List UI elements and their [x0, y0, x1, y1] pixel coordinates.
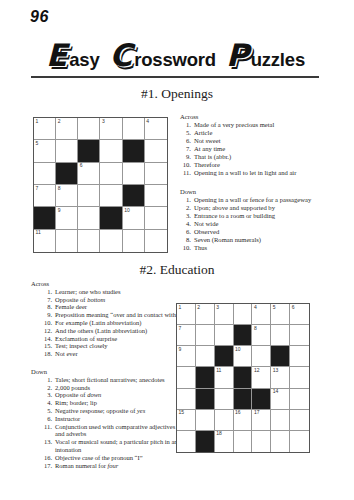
- puzzle2-clues: Across 1.Learner; one who studies7.Oppos…: [31, 280, 181, 469]
- white-cell[interactable]: [196, 325, 215, 346]
- cell-number: 10: [124, 208, 130, 214]
- clue-number: 3.: [31, 391, 55, 399]
- white-cell[interactable]: 16: [234, 410, 253, 431]
- black-cell: [100, 207, 122, 229]
- white-cell[interactable]: [290, 325, 309, 346]
- clue-item: 9.That is (abbr.): [180, 153, 353, 161]
- clue-item: 7.Opposite of bottom: [31, 296, 181, 304]
- book-title: Easy Crossword Puzzles: [31, 38, 320, 72]
- clue-item: 10.For example (Latin abbreviation): [31, 319, 181, 327]
- clue-number: 9.: [180, 153, 194, 161]
- white-cell[interactable]: [215, 389, 234, 410]
- white-cell[interactable]: [145, 140, 167, 162]
- cell-number: 4: [254, 305, 257, 311]
- white-cell[interactable]: [252, 346, 271, 367]
- clue-number: 1.: [180, 196, 194, 204]
- clue-number: 17.: [31, 462, 55, 470]
- clue-text: Instructor: [55, 415, 181, 423]
- clue-number: 3.: [180, 212, 194, 220]
- black-cell: [196, 389, 215, 410]
- white-cell[interactable]: [215, 410, 234, 431]
- black-cell: [234, 367, 253, 388]
- black-cell: [234, 389, 253, 410]
- clue-number: 4.: [31, 399, 55, 407]
- white-cell[interactable]: 6: [78, 163, 100, 185]
- white-cell[interactable]: 14: [271, 389, 290, 410]
- white-cell[interactable]: 15: [177, 410, 196, 431]
- clue-number: 5.: [31, 407, 55, 415]
- clue-text: At any time: [194, 145, 353, 153]
- puzzle1-clues: Across 1.Made of a very precious metal5.…: [180, 113, 353, 252]
- cell-number: 5: [273, 305, 276, 311]
- clue-text: And the others (Latin abbreviation): [55, 327, 181, 335]
- white-cell[interactable]: [290, 367, 309, 388]
- clue-text: Rim; border; lip: [55, 399, 181, 407]
- white-cell[interactable]: [290, 410, 309, 431]
- white-cell[interactable]: [271, 410, 290, 431]
- clue-item: 4.Not wide: [180, 220, 353, 228]
- crossword-grid-2: 123456789101112131415161718: [176, 303, 310, 453]
- clue-number: 14.: [31, 335, 55, 343]
- black-cell: [56, 163, 78, 185]
- clue-item: 7.At any time: [180, 145, 353, 153]
- clue-item: 13.Vocal or musical sound; a particular …: [31, 438, 181, 454]
- white-cell[interactable]: [177, 431, 196, 452]
- black-cell: [123, 140, 145, 162]
- clue-item: 6.Not sweet: [180, 137, 353, 145]
- cell-number: 11: [36, 230, 41, 236]
- clue-item: 4.Rim; border; lip: [31, 399, 181, 407]
- clue-item: 15.Test; inspect closely: [31, 342, 181, 350]
- clue-number: 7.: [31, 296, 55, 304]
- white-cell[interactable]: [290, 389, 309, 410]
- cell-number: 3: [216, 305, 219, 311]
- clue-item: 12.And the others (Latin abbreviation): [31, 327, 181, 335]
- clue-text: Exclamation of surprise: [55, 335, 181, 343]
- white-cell[interactable]: 10: [123, 207, 145, 229]
- across-clues-list: 1.Learner; one who studies7.Opposite of …: [31, 288, 181, 358]
- clue-number: 13.: [31, 438, 55, 454]
- black-cell: [271, 346, 290, 367]
- clue-item: 18.Not ever: [31, 350, 181, 358]
- down-header: Down: [31, 368, 181, 376]
- clue-number: 9.: [31, 311, 55, 319]
- clue-number: 8.: [31, 303, 55, 311]
- across-clues-list: 1.Made of a very precious metal5.Article…: [180, 121, 353, 177]
- clue-number: 10.: [180, 244, 194, 252]
- white-cell[interactable]: 18: [215, 431, 234, 452]
- cell-number: 10: [235, 347, 241, 353]
- cell-number: 4: [146, 119, 149, 125]
- white-cell[interactable]: 11: [215, 367, 234, 388]
- clue-item: 2.Upon; above and supported by: [180, 204, 353, 212]
- cell-number: 14: [273, 389, 279, 395]
- clue-item: 6.Instructor: [31, 415, 181, 423]
- down-clues-list: 1.Opening in a wall or fence for a passa…: [180, 196, 353, 252]
- clue-number: 2.: [180, 204, 194, 212]
- black-cell: [215, 346, 234, 367]
- clue-text: Opening in a wall to let in light and ai…: [194, 169, 353, 177]
- clue-number: 15.: [31, 342, 55, 350]
- white-cell[interactable]: [145, 230, 167, 252]
- clue-text: Upon; above and supported by: [194, 204, 353, 212]
- book-title-word-easy: Easy: [46, 38, 99, 72]
- white-cell[interactable]: 1: [177, 304, 196, 325]
- white-cell[interactable]: [78, 185, 100, 207]
- white-cell[interactable]: 8: [252, 325, 271, 346]
- clue-number: 16.: [31, 454, 55, 462]
- white-cell[interactable]: 1: [34, 118, 56, 140]
- clue-number: 10.: [31, 319, 55, 327]
- clue-item: 11.Conjunction used with comparative adj…: [31, 423, 181, 439]
- clue-item: 2.2,000 pounds: [31, 384, 181, 392]
- clue-item: 10.Thus: [180, 244, 353, 252]
- white-cell[interactable]: [145, 163, 167, 185]
- clue-number: 18.: [31, 350, 55, 358]
- puzzle1-title: #1. Openings: [0, 86, 354, 102]
- cell-number: 1: [36, 119, 39, 125]
- white-cell[interactable]: 3: [215, 304, 234, 325]
- clue-item: 8.Seven (Roman numerals): [180, 236, 353, 244]
- clue-text: Female deer: [55, 303, 181, 311]
- cell-number: 6: [292, 305, 295, 311]
- white-cell[interactable]: [290, 431, 309, 452]
- clue-number: 6.: [180, 228, 194, 236]
- clue-number: 2.: [31, 384, 55, 392]
- clue-number: 11.: [31, 423, 55, 439]
- clue-text: Negative response; opposite of yes: [55, 407, 181, 415]
- white-cell[interactable]: 9: [56, 207, 78, 229]
- white-cell[interactable]: [78, 230, 100, 252]
- white-cell[interactable]: [100, 163, 122, 185]
- cell-number: 5: [36, 141, 39, 147]
- clue-item: 6.Observed: [180, 228, 353, 236]
- clue-item: 3.Entrance to a room or building: [180, 212, 353, 220]
- clue-number: 8.: [180, 236, 194, 244]
- book-title-word-rest: uzzles: [251, 49, 305, 71]
- cell-number: 13: [273, 368, 279, 374]
- clue-text: Therefore: [194, 161, 353, 169]
- down-clues-list: 1.Tales; short fictional narratives; ane…: [31, 376, 181, 470]
- cell-number: 11: [216, 368, 221, 374]
- white-cell[interactable]: 5: [34, 140, 56, 162]
- clue-number: 1.: [180, 121, 194, 129]
- clue-text: Not wide: [194, 220, 353, 228]
- clue-text: Opposite of down: [55, 391, 181, 399]
- cell-number: 15: [179, 410, 185, 416]
- white-cell[interactable]: 13: [271, 367, 290, 388]
- clue-text: Conjunction used with comparative adject…: [55, 423, 181, 439]
- book-title-word-crossword: Crossword: [109, 38, 215, 72]
- cell-number: 18: [216, 431, 222, 437]
- black-cell: [196, 367, 215, 388]
- clue-text: Article: [194, 129, 353, 137]
- clue-text: Thus: [194, 244, 353, 252]
- clue-text: Vocal or musical sound; a particular pit…: [55, 438, 181, 454]
- cell-number: 12: [254, 368, 260, 374]
- white-cell[interactable]: [123, 118, 145, 140]
- clue-item: 1.Learner; one who studies: [31, 288, 181, 296]
- clue-number: 11.: [180, 169, 194, 177]
- cell-number: 2: [58, 119, 61, 125]
- cell-number: 9: [179, 347, 182, 353]
- white-cell[interactable]: 3: [100, 118, 122, 140]
- cell-number: 1: [179, 305, 182, 311]
- white-cell[interactable]: [177, 367, 196, 388]
- clue-text: Not ever: [55, 350, 181, 358]
- white-cell[interactable]: [290, 346, 309, 367]
- cell-number: 3: [102, 119, 105, 125]
- black-cell: [34, 207, 56, 229]
- white-cell[interactable]: 2: [56, 118, 78, 140]
- clue-item: 11.Opening in a wall to let in light and…: [180, 169, 353, 177]
- white-cell[interactable]: [123, 163, 145, 185]
- black-cell: [196, 431, 215, 452]
- clue-number: 4.: [180, 220, 194, 228]
- white-cell[interactable]: 12: [252, 367, 271, 388]
- clue-text: 2,000 pounds: [55, 384, 181, 392]
- clue-text: Not sweet: [194, 137, 353, 145]
- clue-item: 3.Opposite of down: [31, 391, 181, 399]
- clue-number: 12.: [31, 327, 55, 335]
- clue-text: Tales; short fictional narratives; anecd…: [55, 376, 181, 384]
- clue-text: Learner; one who studies: [55, 288, 181, 296]
- white-cell[interactable]: [234, 431, 253, 452]
- clue-number: 6.: [31, 415, 55, 423]
- white-cell[interactable]: [78, 207, 100, 229]
- clue-item: 1.Made of a very precious metal: [180, 121, 353, 129]
- white-cell[interactable]: [100, 230, 122, 252]
- white-cell[interactable]: 6: [290, 304, 309, 325]
- white-cell[interactable]: 5: [271, 304, 290, 325]
- white-cell[interactable]: [252, 431, 271, 452]
- cell-number: 7: [36, 186, 39, 192]
- cell-number: 8: [254, 326, 257, 332]
- white-cell[interactable]: [56, 140, 78, 162]
- cell-number: 7: [179, 326, 182, 332]
- clue-text: Seven (Roman numerals): [194, 236, 353, 244]
- white-cell[interactable]: [123, 230, 145, 252]
- title-underline: [31, 76, 319, 78]
- white-cell[interactable]: 17: [252, 410, 271, 431]
- white-cell[interactable]: 8: [56, 185, 78, 207]
- drop-cap-p: P: [226, 38, 249, 72]
- white-cell[interactable]: [234, 304, 253, 325]
- white-cell[interactable]: [177, 389, 196, 410]
- cell-number: 2: [197, 305, 200, 311]
- clue-text: Opening in a wall or fence for a passage…: [194, 196, 353, 204]
- crossword-grid-1: 1234567891011: [33, 117, 168, 253]
- page-number: 96: [30, 8, 49, 26]
- across-header: Across: [31, 280, 181, 288]
- clue-text: Observed: [194, 228, 353, 236]
- black-cell: [78, 140, 100, 162]
- white-cell[interactable]: [271, 431, 290, 452]
- clue-item: 5.Negative response; opposite of yes: [31, 407, 181, 415]
- clue-item: 10.Therefore: [180, 161, 353, 169]
- clue-number: 6.: [180, 137, 194, 145]
- black-cell: [234, 325, 253, 346]
- cell-number: 16: [235, 410, 241, 416]
- white-cell[interactable]: 7: [34, 185, 56, 207]
- clue-text: That is (abbr.): [194, 153, 353, 161]
- white-cell[interactable]: 11: [34, 230, 56, 252]
- clue-number: 7.: [180, 145, 194, 153]
- clue-number: 1.: [31, 288, 55, 296]
- white-cell[interactable]: 10: [234, 346, 253, 367]
- clue-item: 1.Opening in a wall or fence for a passa…: [180, 196, 353, 204]
- clue-item: 14.Exclamation of surprise: [31, 335, 181, 343]
- clue-text: Made of a very precious metal: [194, 121, 353, 129]
- across-header: Across: [180, 113, 353, 121]
- clue-item: 9.Preposition meaning “over and in conta…: [31, 311, 181, 319]
- white-cell[interactable]: [196, 410, 215, 431]
- cell-number: 8: [58, 186, 61, 192]
- clue-item: 16.Objective case of the pronoun “I”: [31, 454, 181, 462]
- white-cell[interactable]: [145, 185, 167, 207]
- cell-number: 9: [58, 208, 61, 214]
- white-cell[interactable]: [196, 346, 215, 367]
- white-cell[interactable]: 4: [145, 118, 167, 140]
- down-header: Down: [180, 188, 353, 196]
- book-title-word-rest: rossword: [134, 49, 216, 71]
- black-cell: [252, 389, 271, 410]
- book-title-word-puzzles: Puzzles: [226, 38, 305, 72]
- white-cell[interactable]: [78, 118, 100, 140]
- cell-number: 17: [254, 410, 260, 416]
- clue-text: Roman numeral for four: [55, 462, 181, 470]
- drop-cap-e: E: [46, 38, 67, 72]
- clue-text: Entrance to a room or building: [194, 212, 353, 220]
- clue-text: Objective case of the pronoun “I”: [55, 454, 181, 462]
- black-cell: [123, 185, 145, 207]
- white-cell[interactable]: 4: [252, 304, 271, 325]
- clue-number: 1.: [31, 376, 55, 384]
- book-title-word-rest: asy: [69, 49, 99, 71]
- clue-text: Test; inspect closely: [55, 342, 181, 350]
- clue-item: 5.Article: [180, 129, 353, 137]
- white-cell[interactable]: [145, 207, 167, 229]
- white-cell[interactable]: 7: [177, 325, 196, 346]
- white-cell[interactable]: [215, 325, 234, 346]
- clue-item: 17.Roman numeral for four: [31, 462, 181, 470]
- white-cell[interactable]: [34, 163, 56, 185]
- clue-item: 8.Female deer: [31, 303, 181, 311]
- white-cell[interactable]: [100, 140, 122, 162]
- white-cell[interactable]: [271, 325, 290, 346]
- white-cell[interactable]: 2: [196, 304, 215, 325]
- white-cell[interactable]: [56, 230, 78, 252]
- white-cell[interactable]: [100, 185, 122, 207]
- clue-text: Preposition meaning “over and in contact…: [55, 311, 181, 319]
- cell-number: 6: [80, 163, 83, 169]
- clue-text: Opposite of bottom: [55, 296, 181, 304]
- clue-text: For example (Latin abbreviation): [55, 319, 181, 327]
- clue-number: 5.: [180, 129, 194, 137]
- white-cell[interactable]: 9: [177, 346, 196, 367]
- puzzle2-title: #2. Education: [0, 262, 354, 278]
- drop-cap-c: C: [109, 38, 132, 72]
- clue-number: 10.: [180, 161, 194, 169]
- clue-item: 1.Tales; short fictional narratives; ane…: [31, 376, 181, 384]
